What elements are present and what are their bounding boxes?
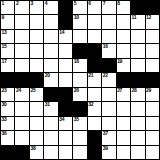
black-cell-r11c7 — [88, 146, 101, 159]
cell-r9c4[interactable] — [44, 117, 57, 130]
clue-number-14: 14 — [59, 30, 64, 35]
cell-r5c5[interactable] — [59, 59, 72, 72]
clue-number-36: 36 — [2, 131, 7, 136]
clue-number-24: 24 — [16, 88, 21, 93]
black-cell-r6c2 — [15, 73, 28, 86]
cell-r7c10[interactable]: 28 — [131, 88, 144, 101]
cell-r9c10[interactable] — [131, 117, 144, 130]
cell-r10c2[interactable] — [15, 131, 28, 144]
clue-number-6: 6 — [88, 1, 90, 6]
cell-r1c3[interactable]: 3 — [30, 1, 43, 14]
cell-r11c3[interactable]: 38 — [30, 146, 43, 159]
cell-r1c6[interactable]: 5 — [73, 1, 86, 14]
cell-r9c8[interactable] — [102, 117, 115, 130]
cell-r4c11[interactable] — [146, 44, 159, 57]
cell-r5c2[interactable] — [15, 59, 28, 72]
clue-number-11: 11 — [132, 15, 137, 20]
black-cell-r1c10 — [131, 1, 144, 14]
clue-number-7: 7 — [103, 1, 105, 6]
cell-r1c9[interactable]: 8 — [117, 1, 130, 14]
cell-r4c9[interactable] — [117, 44, 130, 57]
cell-r4c1[interactable]: 15 — [1, 44, 14, 57]
clue-number-27: 27 — [117, 88, 122, 93]
cell-r7c6[interactable]: 26 — [73, 88, 86, 101]
clue-number-37: 37 — [103, 131, 108, 136]
cell-r11c8[interactable]: 39 — [102, 146, 115, 159]
cell-r10c4[interactable] — [44, 131, 57, 144]
clue-number-5: 5 — [74, 1, 76, 6]
cell-r4c2[interactable] — [15, 44, 28, 57]
clue-number-9: 9 — [2, 15, 4, 20]
black-cell-r8c6 — [73, 102, 86, 115]
cell-r5c11[interactable] — [146, 59, 159, 72]
cell-r7c11[interactable]: 29 — [146, 88, 159, 101]
clue-number-18: 18 — [74, 59, 79, 64]
cell-r2c2[interactable] — [15, 15, 28, 28]
cell-r8c4[interactable]: 31 — [44, 102, 57, 115]
cell-r3c4[interactable] — [44, 30, 57, 43]
crossword-board: 1234567891011121314151617181920212223242… — [0, 0, 160, 160]
cell-r8c1[interactable]: 30 — [1, 102, 14, 115]
cell-r7c8[interactable] — [102, 88, 115, 101]
clue-number-31: 31 — [45, 102, 50, 107]
cell-r10c9[interactable] — [117, 131, 130, 144]
cell-r10c6[interactable] — [73, 131, 86, 144]
cell-r3c6[interactable] — [73, 30, 86, 43]
black-cell-r2c5 — [59, 15, 72, 28]
clue-number-30: 30 — [2, 102, 7, 107]
black-cell-r4c6 — [73, 44, 86, 57]
clue-number-38: 38 — [30, 146, 35, 151]
cell-r3c7[interactable] — [88, 30, 101, 43]
cell-r11c9[interactable] — [117, 146, 130, 159]
cell-r10c1[interactable]: 36 — [1, 131, 14, 144]
cell-r10c3[interactable] — [30, 131, 43, 144]
cell-r9c5[interactable]: 34 — [59, 117, 72, 130]
black-cell-r6c9 — [117, 73, 130, 86]
cell-r9c1[interactable]: 33 — [1, 117, 14, 130]
cell-r2c4[interactable] — [44, 15, 57, 28]
cell-r6c8[interactable]: 22 — [102, 73, 115, 86]
cell-r9c6[interactable]: 35 — [73, 117, 86, 130]
cell-r6c6[interactable] — [73, 73, 86, 86]
cell-r8c2[interactable] — [15, 102, 28, 115]
cell-r11c10[interactable] — [131, 146, 144, 159]
cell-r3c5[interactable]: 14 — [59, 30, 72, 43]
black-cell-r6c10 — [131, 73, 144, 86]
cell-r3c2[interactable] — [15, 30, 28, 43]
black-cell-r6c1 — [1, 73, 14, 86]
clue-number-34: 34 — [59, 117, 64, 122]
cell-r9c9[interactable] — [117, 117, 130, 130]
clue-number-19: 19 — [117, 59, 122, 64]
cell-r10c5[interactable] — [59, 131, 72, 144]
clue-number-1: 1 — [2, 1, 4, 6]
cell-r2c11[interactable]: 12 — [146, 15, 159, 28]
cell-r7c1[interactable]: 23 — [1, 88, 14, 101]
clue-number-4: 4 — [45, 1, 47, 6]
cell-r8c8[interactable] — [102, 102, 115, 115]
clue-number-15: 15 — [2, 44, 7, 49]
clue-number-13: 13 — [2, 30, 7, 35]
cell-r3c8[interactable] — [102, 30, 115, 43]
cell-r5c10[interactable] — [131, 59, 144, 72]
cell-r1c2[interactable]: 2 — [15, 1, 28, 14]
clue-number-12: 12 — [146, 15, 151, 20]
cell-r11c5[interactable] — [59, 146, 72, 159]
cell-r2c9[interactable] — [117, 15, 130, 28]
cell-r2c10[interactable]: 11 — [131, 15, 144, 28]
cell-r6c4[interactable]: 20 — [44, 73, 57, 86]
cell-r10c8[interactable]: 37 — [102, 131, 115, 144]
black-cell-r5c7 — [88, 59, 101, 72]
cell-r11c11[interactable] — [146, 146, 159, 159]
cell-r8c3[interactable] — [30, 102, 43, 115]
clue-number-32: 32 — [88, 102, 93, 107]
cell-r2c1[interactable]: 9 — [1, 15, 14, 28]
cell-r4c3[interactable] — [30, 44, 43, 57]
cell-r10c11[interactable] — [146, 131, 159, 144]
clue-number-2: 2 — [16, 1, 18, 6]
black-cell-r8c5 — [59, 102, 72, 115]
clue-number-25: 25 — [30, 88, 35, 93]
cell-r9c3[interactable] — [30, 117, 43, 130]
clue-number-23: 23 — [2, 88, 7, 93]
cell-r5c1[interactable]: 17 — [1, 59, 14, 72]
cell-r5c9[interactable]: 19 — [117, 59, 130, 72]
cell-r9c7[interactable] — [88, 117, 101, 130]
cell-r1c1[interactable]: 1 — [1, 1, 14, 14]
clue-number-8: 8 — [117, 1, 119, 6]
clue-number-21: 21 — [88, 73, 93, 78]
cell-r5c3[interactable] — [30, 59, 43, 72]
clue-number-28: 28 — [132, 88, 137, 93]
cell-r2c8[interactable] — [102, 15, 115, 28]
black-cell-r7c5 — [59, 88, 72, 101]
clue-number-29: 29 — [146, 88, 151, 93]
clue-number-26: 26 — [74, 88, 79, 93]
black-cell-r1c11 — [146, 1, 159, 14]
cell-r8c9[interactable] — [117, 102, 130, 115]
cell-r2c3[interactable] — [30, 15, 43, 28]
black-cell-r5c8 — [102, 59, 115, 72]
cell-r7c9[interactable]: 27 — [117, 88, 130, 101]
cell-r8c11[interactable] — [146, 102, 159, 115]
black-cell-r11c2 — [15, 146, 28, 159]
cell-r6c5[interactable] — [59, 73, 72, 86]
cell-r8c10[interactable] — [131, 102, 144, 115]
cell-r11c4[interactable] — [44, 146, 57, 159]
cell-r4c4[interactable] — [44, 44, 57, 57]
clue-number-16: 16 — [103, 44, 108, 49]
cell-r3c3[interactable] — [30, 30, 43, 43]
cell-r1c8[interactable]: 7 — [102, 1, 115, 14]
black-cell-r4c7 — [88, 44, 101, 57]
cell-r4c10[interactable] — [131, 44, 144, 57]
clue-number-10: 10 — [74, 15, 79, 20]
black-cell-r11c1 — [1, 146, 14, 159]
clue-number-20: 20 — [45, 73, 50, 78]
cell-r10c10[interactable] — [131, 131, 144, 144]
cell-r3c11[interactable] — [146, 30, 159, 43]
cell-r8c7[interactable]: 32 — [88, 102, 101, 115]
clue-number-22: 22 — [103, 73, 108, 78]
black-cell-r6c3 — [30, 73, 43, 86]
clue-number-39: 39 — [103, 146, 108, 151]
cell-r1c4[interactable]: 4 — [44, 1, 57, 14]
cell-r4c5[interactable] — [59, 44, 72, 57]
cell-r7c3[interactable]: 25 — [30, 88, 43, 101]
black-cell-r10c7 — [88, 131, 101, 144]
clue-number-3: 3 — [30, 1, 32, 6]
cell-r5c4[interactable] — [44, 59, 57, 72]
clue-number-17: 17 — [2, 59, 7, 64]
cell-r7c7[interactable] — [88, 88, 101, 101]
cell-r4c8[interactable]: 16 — [102, 44, 115, 57]
cell-r9c11[interactable] — [146, 117, 159, 130]
black-cell-r6c11 — [146, 73, 159, 86]
cell-r6c7[interactable]: 21 — [88, 73, 101, 86]
cell-r5c6[interactable]: 18 — [73, 59, 86, 72]
cell-r7c2[interactable]: 24 — [15, 88, 28, 101]
cell-r3c10[interactable] — [131, 30, 144, 43]
cell-r1c7[interactable]: 6 — [88, 1, 101, 14]
cell-r2c7[interactable] — [88, 15, 101, 28]
cell-r11c6[interactable] — [73, 146, 86, 159]
black-cell-r7c4 — [44, 88, 57, 101]
clue-number-35: 35 — [74, 117, 79, 122]
clue-number-33: 33 — [2, 117, 7, 122]
cell-r3c1[interactable]: 13 — [1, 30, 14, 43]
cell-r9c2[interactable] — [15, 117, 28, 130]
cell-r3c9[interactable] — [117, 30, 130, 43]
cell-r2c6[interactable]: 10 — [73, 15, 86, 28]
black-cell-r1c5 — [59, 1, 72, 14]
